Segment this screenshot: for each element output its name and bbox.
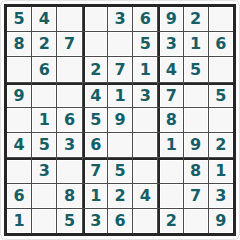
cell-r4c8[interactable] <box>184 83 208 107</box>
cell-r2c3[interactable]: 7 <box>57 32 81 56</box>
cell-r1c7[interactable]: 9 <box>158 7 182 31</box>
cell-r5c2[interactable]: 1 <box>32 108 56 132</box>
cell-r8c3[interactable]: 8 <box>57 184 81 208</box>
cell-r9c9[interactable]: 9 <box>209 209 233 233</box>
cell-r9c8[interactable] <box>184 209 208 233</box>
cell-r8c6[interactable]: 4 <box>133 184 157 208</box>
sudoku-board: 5436928275316627145941375165984536192375… <box>4 4 236 236</box>
cell-r6c8[interactable]: 9 <box>184 133 208 157</box>
cell-r9c3[interactable]: 5 <box>57 209 81 233</box>
cell-r7c9[interactable]: 1 <box>209 158 233 182</box>
cell-r8c2[interactable] <box>32 184 56 208</box>
cell-r5c5[interactable]: 9 <box>108 108 132 132</box>
cell-r5c1[interactable] <box>7 108 31 132</box>
cell-r9c5[interactable]: 6 <box>108 209 132 233</box>
cell-r2c2[interactable]: 2 <box>32 32 56 56</box>
cell-r7c8[interactable]: 8 <box>184 158 208 182</box>
cell-r7c3[interactable] <box>57 158 81 182</box>
cell-r1c5[interactable]: 3 <box>108 7 132 31</box>
cell-r2c9[interactable]: 6 <box>209 32 233 56</box>
cell-r4c2[interactable] <box>32 83 56 107</box>
cell-r8c1[interactable]: 6 <box>7 184 31 208</box>
cell-r2c5[interactable] <box>108 32 132 56</box>
cell-r9c4[interactable]: 3 <box>83 209 107 233</box>
cell-r9c2[interactable] <box>32 209 56 233</box>
cell-r5c6[interactable] <box>133 108 157 132</box>
cell-r7c2[interactable]: 3 <box>32 158 56 182</box>
cell-r6c6[interactable] <box>133 133 157 157</box>
cell-r3c6[interactable]: 1 <box>133 57 157 81</box>
cell-r1c6[interactable]: 6 <box>133 7 157 31</box>
cell-r8c7[interactable] <box>158 184 182 208</box>
cell-r3c9[interactable] <box>209 57 233 81</box>
cell-r8c8[interactable]: 7 <box>184 184 208 208</box>
cell-r3c2[interactable]: 6 <box>32 57 56 81</box>
cell-r6c4[interactable]: 6 <box>83 133 107 157</box>
cell-r6c3[interactable]: 3 <box>57 133 81 157</box>
cell-r9c1[interactable]: 1 <box>7 209 31 233</box>
cell-r5c3[interactable]: 6 <box>57 108 81 132</box>
cell-r2c6[interactable]: 5 <box>133 32 157 56</box>
cell-r3c7[interactable]: 4 <box>158 57 182 81</box>
cell-r6c7[interactable]: 1 <box>158 133 182 157</box>
cell-r6c9[interactable]: 2 <box>209 133 233 157</box>
cell-r1c4[interactable] <box>83 7 107 31</box>
cell-r2c7[interactable]: 3 <box>158 32 182 56</box>
cell-r7c4[interactable]: 7 <box>83 158 107 182</box>
cell-r3c3[interactable] <box>57 57 81 81</box>
cell-r3c8[interactable]: 5 <box>184 57 208 81</box>
cell-r3c4[interactable]: 2 <box>83 57 107 81</box>
cell-r7c7[interactable] <box>158 158 182 182</box>
cell-r1c3[interactable] <box>57 7 81 31</box>
cell-r2c8[interactable]: 1 <box>184 32 208 56</box>
cell-r5c8[interactable] <box>184 108 208 132</box>
cell-r5c4[interactable]: 5 <box>83 108 107 132</box>
cell-r4c4[interactable]: 4 <box>83 83 107 107</box>
cell-r1c1[interactable]: 5 <box>7 7 31 31</box>
cell-r6c5[interactable] <box>108 133 132 157</box>
cell-r8c9[interactable]: 3 <box>209 184 233 208</box>
cell-r6c2[interactable]: 5 <box>32 133 56 157</box>
cell-r7c5[interactable]: 5 <box>108 158 132 182</box>
cell-r3c1[interactable] <box>7 57 31 81</box>
cell-r3c5[interactable]: 7 <box>108 57 132 81</box>
cell-r7c6[interactable] <box>133 158 157 182</box>
cell-r4c6[interactable]: 3 <box>133 83 157 107</box>
cell-r9c7[interactable]: 2 <box>158 209 182 233</box>
cell-r4c3[interactable] <box>57 83 81 107</box>
cell-r4c1[interactable]: 9 <box>7 83 31 107</box>
cell-r5c7[interactable]: 8 <box>158 108 182 132</box>
cell-r5c9[interactable] <box>209 108 233 132</box>
cell-r4c9[interactable]: 5 <box>209 83 233 107</box>
cell-r2c1[interactable]: 8 <box>7 32 31 56</box>
cell-r8c4[interactable]: 1 <box>83 184 107 208</box>
cell-r9c6[interactable] <box>133 209 157 233</box>
cell-r1c8[interactable]: 2 <box>184 7 208 31</box>
cell-r1c9[interactable] <box>209 7 233 31</box>
cell-r4c5[interactable]: 1 <box>108 83 132 107</box>
cell-r2c4[interactable] <box>83 32 107 56</box>
sudoku-widget: 5436928275316627145941375165984536192375… <box>0 0 240 240</box>
cell-r4c7[interactable]: 7 <box>158 83 182 107</box>
cell-r8c5[interactable]: 2 <box>108 184 132 208</box>
cell-r1c2[interactable]: 4 <box>32 7 56 31</box>
cell-r7c1[interactable] <box>7 158 31 182</box>
cell-r6c1[interactable]: 4 <box>7 133 31 157</box>
